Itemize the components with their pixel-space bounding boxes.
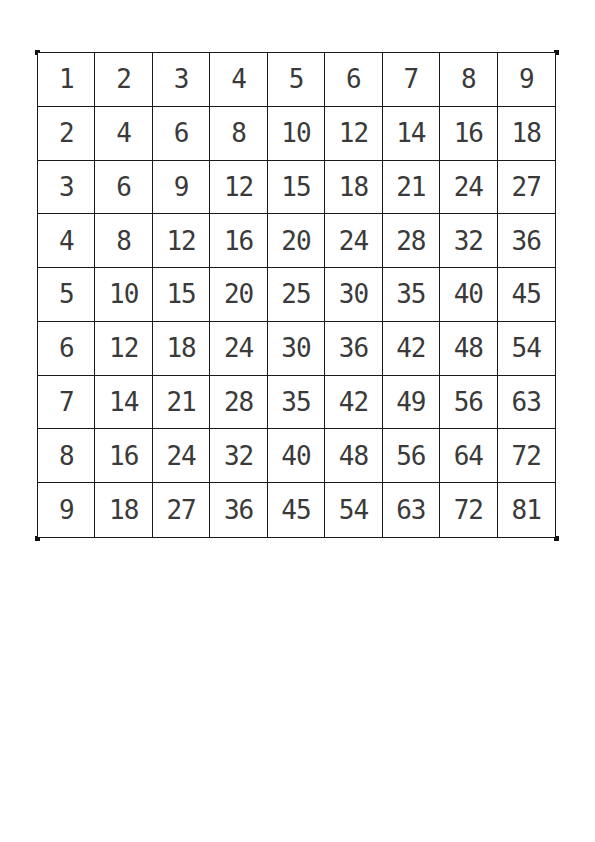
cell-r5c4: 20 <box>210 268 267 322</box>
cell-r2c7: 14 <box>383 107 440 161</box>
cell-r3c4: 12 <box>210 161 267 215</box>
printed-page: 1234567892468101214161836912151821242748… <box>0 0 595 842</box>
cell-r8c1: 8 <box>38 429 95 483</box>
cell-r9c8: 72 <box>440 483 497 537</box>
multiplication-grid: 1234567892468101214161836912151821242748… <box>38 53 555 537</box>
cell-r8c9: 72 <box>498 429 555 483</box>
cell-r6c7: 42 <box>383 322 440 376</box>
cell-r8c5: 40 <box>268 429 325 483</box>
cell-r6c6: 36 <box>325 322 382 376</box>
cell-r1c1: 1 <box>38 53 95 107</box>
cell-r6c4: 24 <box>210 322 267 376</box>
cell-r8c8: 64 <box>440 429 497 483</box>
cell-r5c2: 10 <box>95 268 152 322</box>
cell-r7c4: 28 <box>210 376 267 430</box>
cell-r5c6: 30 <box>325 268 382 322</box>
cell-r9c7: 63 <box>383 483 440 537</box>
cell-r8c6: 48 <box>325 429 382 483</box>
cell-r9c1: 9 <box>38 483 95 537</box>
cell-r7c2: 14 <box>95 376 152 430</box>
cell-r3c8: 24 <box>440 161 497 215</box>
cell-r9c2: 18 <box>95 483 152 537</box>
cell-r9c3: 27 <box>153 483 210 537</box>
cell-r6c3: 18 <box>153 322 210 376</box>
cell-r6c5: 30 <box>268 322 325 376</box>
cell-r1c8: 8 <box>440 53 497 107</box>
cell-r1c4: 4 <box>210 53 267 107</box>
cell-r7c5: 35 <box>268 376 325 430</box>
cell-r6c9: 54 <box>498 322 555 376</box>
cell-r6c1: 6 <box>38 322 95 376</box>
cell-r5c3: 15 <box>153 268 210 322</box>
cell-r6c2: 12 <box>95 322 152 376</box>
cell-r9c6: 54 <box>325 483 382 537</box>
cell-r8c2: 16 <box>95 429 152 483</box>
cell-r3c2: 6 <box>95 161 152 215</box>
cell-r1c7: 7 <box>383 53 440 107</box>
cell-r2c6: 12 <box>325 107 382 161</box>
cell-r2c1: 2 <box>38 107 95 161</box>
cell-r4c8: 32 <box>440 214 497 268</box>
cell-r1c5: 5 <box>268 53 325 107</box>
cell-r4c9: 36 <box>498 214 555 268</box>
cell-r3c7: 21 <box>383 161 440 215</box>
cell-r4c5: 20 <box>268 214 325 268</box>
cell-r2c9: 18 <box>498 107 555 161</box>
cell-r1c6: 6 <box>325 53 382 107</box>
cell-r1c9: 9 <box>498 53 555 107</box>
cell-r4c1: 4 <box>38 214 95 268</box>
cell-r9c5: 45 <box>268 483 325 537</box>
cell-r7c6: 42 <box>325 376 382 430</box>
cell-r2c5: 10 <box>268 107 325 161</box>
cell-r2c4: 8 <box>210 107 267 161</box>
cell-r4c2: 8 <box>95 214 152 268</box>
cell-r4c6: 24 <box>325 214 382 268</box>
cell-r7c7: 49 <box>383 376 440 430</box>
cell-r4c7: 28 <box>383 214 440 268</box>
cell-r9c4: 36 <box>210 483 267 537</box>
cell-r3c9: 27 <box>498 161 555 215</box>
cell-r2c2: 4 <box>95 107 152 161</box>
cell-r8c3: 24 <box>153 429 210 483</box>
cell-r3c3: 9 <box>153 161 210 215</box>
cell-r3c6: 18 <box>325 161 382 215</box>
cell-r5c9: 45 <box>498 268 555 322</box>
cell-r5c5: 25 <box>268 268 325 322</box>
cell-r2c3: 6 <box>153 107 210 161</box>
cell-r6c8: 48 <box>440 322 497 376</box>
multiplication-table: 1234567892468101214161836912151821242748… <box>37 52 556 538</box>
cell-r4c4: 16 <box>210 214 267 268</box>
cell-r7c8: 56 <box>440 376 497 430</box>
cell-r4c3: 12 <box>153 214 210 268</box>
cell-r8c7: 56 <box>383 429 440 483</box>
cell-r3c5: 15 <box>268 161 325 215</box>
cell-r7c1: 7 <box>38 376 95 430</box>
cell-r7c3: 21 <box>153 376 210 430</box>
cell-r1c2: 2 <box>95 53 152 107</box>
cell-r9c9: 81 <box>498 483 555 537</box>
cell-r1c3: 3 <box>153 53 210 107</box>
cell-r3c1: 3 <box>38 161 95 215</box>
cell-r7c9: 63 <box>498 376 555 430</box>
cell-r8c4: 32 <box>210 429 267 483</box>
cell-r5c7: 35 <box>383 268 440 322</box>
cell-r5c1: 5 <box>38 268 95 322</box>
cell-r5c8: 40 <box>440 268 497 322</box>
cell-r2c8: 16 <box>440 107 497 161</box>
